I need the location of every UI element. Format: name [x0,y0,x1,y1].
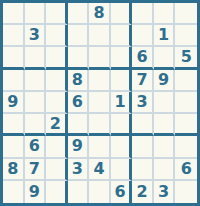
cell-r9c5[interactable] [89,181,111,203]
cell-r4c8[interactable]: 9 [154,70,176,92]
cell-r6c8[interactable] [154,114,176,136]
cell-r1c4[interactable] [68,3,90,25]
cell-r3c5[interactable] [89,47,111,69]
cell-r6c9[interactable] [175,114,197,136]
cell-r9c8[interactable]: 3 [154,181,176,203]
cell-r5c2[interactable] [25,92,47,114]
cell-r7c2[interactable]: 6 [25,136,47,158]
cell-r3c7[interactable]: 6 [132,47,154,69]
cell-r4c3[interactable] [46,70,68,92]
cell-r4c9[interactable] [175,70,197,92]
cell-r9c1[interactable] [3,181,25,203]
cell-r1c3[interactable] [46,3,68,25]
cell-r2c1[interactable] [3,25,25,47]
cell-r6c3[interactable]: 2 [46,114,68,136]
cell-r2c9[interactable] [175,25,197,47]
cell-r7c3[interactable] [46,136,68,158]
cell-r7c4[interactable]: 9 [68,136,90,158]
cell-r1c6[interactable] [111,3,133,25]
cell-r8c3[interactable] [46,159,68,181]
cell-r2c4[interactable] [68,25,90,47]
cell-r4c5[interactable] [89,70,111,92]
cell-r8c2[interactable]: 7 [25,159,47,181]
cell-r2c6[interactable] [111,25,133,47]
cell-r5c4[interactable]: 6 [68,92,90,114]
cell-r7c1[interactable] [3,136,25,158]
cell-r6c7[interactable] [132,114,154,136]
cell-r8c5[interactable]: 4 [89,159,111,181]
cell-r3c1[interactable] [3,47,25,69]
cell-r1c7[interactable] [132,3,154,25]
cell-r5c7[interactable]: 3 [132,92,154,114]
cell-r2c2[interactable]: 3 [25,25,47,47]
cell-r1c1[interactable] [3,3,25,25]
sudoku-app: 831658799613269873469623 [0,0,200,206]
cell-r3c9[interactable]: 5 [175,47,197,69]
cell-r2c3[interactable] [46,25,68,47]
cell-r9c7[interactable]: 2 [132,181,154,203]
sudoku-board: 831658799613269873469623 [0,0,200,206]
cell-r6c1[interactable] [3,114,25,136]
cell-r9c2[interactable]: 9 [25,181,47,203]
cell-r4c2[interactable] [25,70,47,92]
cell-r7c5[interactable] [89,136,111,158]
cell-r9c9[interactable] [175,181,197,203]
cell-r1c9[interactable] [175,3,197,25]
cell-r3c2[interactable] [25,47,47,69]
cell-r5c9[interactable] [175,92,197,114]
cell-r4c7[interactable]: 7 [132,70,154,92]
cell-r4c4[interactable]: 8 [68,70,90,92]
cell-r8c4[interactable]: 3 [68,159,90,181]
cell-r1c8[interactable] [154,3,176,25]
cell-r2c7[interactable] [132,25,154,47]
cell-r4c6[interactable] [111,70,133,92]
cell-r6c5[interactable] [89,114,111,136]
cell-r3c4[interactable] [68,47,90,69]
cell-r8c6[interactable] [111,159,133,181]
cell-r1c2[interactable] [25,3,47,25]
cell-r5c1[interactable]: 9 [3,92,25,114]
cell-r8c8[interactable] [154,159,176,181]
cell-r3c6[interactable] [111,47,133,69]
cell-r9c6[interactable]: 6 [111,181,133,203]
cell-r5c5[interactable] [89,92,111,114]
cell-r1c5[interactable]: 8 [89,3,111,25]
cell-r2c5[interactable] [89,25,111,47]
cell-r3c3[interactable] [46,47,68,69]
cell-r7c6[interactable] [111,136,133,158]
cell-r9c3[interactable] [46,181,68,203]
cell-r6c6[interactable] [111,114,133,136]
cell-r8c9[interactable]: 6 [175,159,197,181]
cell-r7c8[interactable] [154,136,176,158]
cell-r5c8[interactable] [154,92,176,114]
cell-r2c8[interactable]: 1 [154,25,176,47]
cell-r7c7[interactable] [132,136,154,158]
cell-r3c8[interactable] [154,47,176,69]
cell-r9c4[interactable] [68,181,90,203]
cell-r6c2[interactable] [25,114,47,136]
cell-r5c6[interactable]: 1 [111,92,133,114]
cell-r5c3[interactable] [46,92,68,114]
cell-r7c9[interactable] [175,136,197,158]
cell-r4c1[interactable] [3,70,25,92]
cell-r6c4[interactable] [68,114,90,136]
cell-r8c7[interactable] [132,159,154,181]
cell-r8c1[interactable]: 8 [3,159,25,181]
